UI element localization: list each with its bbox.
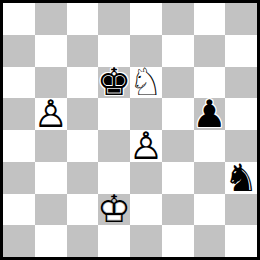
square-b5[interactable]: ♟♙ xyxy=(35,98,67,130)
square-f2[interactable] xyxy=(162,194,194,226)
square-d1[interactable] xyxy=(98,225,130,257)
square-e7[interactable] xyxy=(130,35,162,67)
square-h5[interactable] xyxy=(225,98,257,130)
white-pawn-fill: ♟ xyxy=(130,130,162,162)
square-b6[interactable] xyxy=(35,67,67,99)
square-b4[interactable] xyxy=(35,130,67,162)
square-e4[interactable]: ♟♙ xyxy=(130,130,162,162)
square-a7[interactable] xyxy=(3,35,35,67)
square-g8[interactable] xyxy=(194,3,226,35)
square-d8[interactable] xyxy=(98,3,130,35)
square-e2[interactable] xyxy=(130,194,162,226)
square-c4[interactable] xyxy=(67,130,99,162)
square-b1[interactable] xyxy=(35,225,67,257)
square-d6[interactable]: ♚ xyxy=(98,67,130,99)
black-king: ♚ xyxy=(98,67,130,99)
square-c3[interactable] xyxy=(67,162,99,194)
white-king-fill: ♚ xyxy=(98,194,130,226)
square-d7[interactable] xyxy=(98,35,130,67)
white-pawn: ♙ xyxy=(35,98,67,130)
square-f1[interactable] xyxy=(162,225,194,257)
square-a8[interactable] xyxy=(3,3,35,35)
square-a3[interactable] xyxy=(3,162,35,194)
square-h7[interactable] xyxy=(225,35,257,67)
chess-board: ♚♞♘♟♙♟♟♙♞♚♔ xyxy=(3,3,257,257)
square-g4[interactable] xyxy=(194,130,226,162)
square-a2[interactable] xyxy=(3,194,35,226)
square-f6[interactable] xyxy=(162,67,194,99)
black-knight: ♞ xyxy=(225,162,257,194)
square-a4[interactable] xyxy=(3,130,35,162)
square-e6[interactable]: ♞♘ xyxy=(130,67,162,99)
square-b7[interactable] xyxy=(35,35,67,67)
square-g3[interactable] xyxy=(194,162,226,194)
square-h1[interactable] xyxy=(225,225,257,257)
square-h4[interactable] xyxy=(225,130,257,162)
square-g6[interactable] xyxy=(194,67,226,99)
white-knight-fill: ♞ xyxy=(130,67,162,99)
white-pawn: ♙ xyxy=(130,130,162,162)
square-a1[interactable] xyxy=(3,225,35,257)
square-c1[interactable] xyxy=(67,225,99,257)
white-knight: ♘ xyxy=(130,67,162,99)
square-d4[interactable] xyxy=(98,130,130,162)
square-f4[interactable] xyxy=(162,130,194,162)
square-f7[interactable] xyxy=(162,35,194,67)
square-g5[interactable]: ♟ xyxy=(194,98,226,130)
square-f8[interactable] xyxy=(162,3,194,35)
square-f3[interactable] xyxy=(162,162,194,194)
square-b2[interactable] xyxy=(35,194,67,226)
square-e8[interactable] xyxy=(130,3,162,35)
black-pawn: ♟ xyxy=(194,98,226,130)
square-e3[interactable] xyxy=(130,162,162,194)
square-a6[interactable] xyxy=(3,67,35,99)
square-d3[interactable] xyxy=(98,162,130,194)
square-c6[interactable] xyxy=(67,67,99,99)
square-h8[interactable] xyxy=(225,3,257,35)
square-e5[interactable] xyxy=(130,98,162,130)
square-b8[interactable] xyxy=(35,3,67,35)
square-e1[interactable] xyxy=(130,225,162,257)
square-c7[interactable] xyxy=(67,35,99,67)
square-c8[interactable] xyxy=(67,3,99,35)
square-c5[interactable] xyxy=(67,98,99,130)
square-f5[interactable] xyxy=(162,98,194,130)
white-king: ♔ xyxy=(98,194,130,226)
square-a5[interactable] xyxy=(3,98,35,130)
square-d2[interactable]: ♚♔ xyxy=(98,194,130,226)
square-c2[interactable] xyxy=(67,194,99,226)
square-g2[interactable] xyxy=(194,194,226,226)
square-h2[interactable] xyxy=(225,194,257,226)
board-frame: ♚♞♘♟♙♟♟♙♞♚♔ xyxy=(0,0,260,260)
square-g7[interactable] xyxy=(194,35,226,67)
square-g1[interactable] xyxy=(194,225,226,257)
square-b3[interactable] xyxy=(35,162,67,194)
square-h6[interactable] xyxy=(225,67,257,99)
square-h3[interactable]: ♞ xyxy=(225,162,257,194)
square-d5[interactable] xyxy=(98,98,130,130)
white-pawn-fill: ♟ xyxy=(35,98,67,130)
